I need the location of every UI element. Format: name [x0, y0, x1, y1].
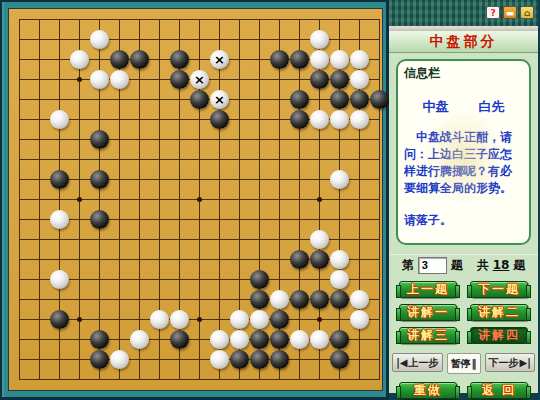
- white-stone: [230, 310, 249, 329]
- skip-forward-icon: ▶|: [520, 357, 531, 368]
- step-back-label: 上一步: [409, 356, 439, 370]
- white-stone: [270, 290, 289, 309]
- return-button[interactable]: 返 回: [470, 382, 528, 399]
- total-unit: 题: [513, 257, 525, 274]
- white-stone: [310, 110, 329, 129]
- board-grid[interactable]: ×××: [19, 19, 380, 380]
- white-stone: [130, 330, 149, 349]
- white-stone: [330, 110, 349, 129]
- redo-button[interactable]: 重做: [399, 382, 457, 399]
- pause-label: 暂停: [451, 357, 471, 371]
- white-stone: [150, 310, 169, 329]
- black-stone: [250, 290, 269, 309]
- pause-button[interactable]: 暂停 ‖: [447, 353, 481, 374]
- black-stone: [270, 50, 289, 69]
- section-titlebar: 中盘部分: [389, 31, 538, 53]
- counter-prefix: 第: [402, 257, 414, 274]
- prev-problem-button[interactable]: 上一题: [399, 281, 457, 298]
- move-prompt: 请落子。: [404, 212, 523, 229]
- white-stone: [110, 70, 129, 89]
- black-stone: [50, 310, 69, 329]
- white-stone: [110, 350, 129, 369]
- minimize-icon[interactable]: ▬: [503, 6, 517, 19]
- next-problem-button[interactable]: 下一题: [470, 281, 528, 298]
- step-back-button[interactable]: |◀ 上一步: [392, 353, 442, 372]
- white-stone: [50, 210, 69, 229]
- star-point: [317, 317, 322, 322]
- nav-explain-buttons: 上一题 下一题 讲解一 讲解二 讲解三 讲解四: [389, 281, 538, 344]
- explain-1-button[interactable]: 讲解一: [399, 304, 457, 321]
- white-stone: [50, 270, 69, 289]
- white-stone: [350, 50, 369, 69]
- white-stone: [90, 70, 109, 89]
- phase-label: 中盘: [423, 98, 449, 116]
- counter-unit: 题: [451, 257, 463, 274]
- black-stone: [270, 330, 289, 349]
- black-stone: [250, 350, 269, 369]
- white-stone: ×: [210, 50, 229, 69]
- skip-back-icon: |◀: [396, 357, 407, 368]
- goban: ×××: [8, 8, 383, 391]
- black-stone: [90, 350, 109, 369]
- white-stone: [50, 110, 69, 129]
- white-stone: [250, 310, 269, 329]
- problem-text: 中盘战斗正酣，请问：上边白三子应怎样进行腾挪呢？有必要细算全局的形势。: [404, 129, 523, 197]
- star-point: [77, 197, 82, 202]
- black-stone: [350, 90, 369, 109]
- white-stone: [70, 50, 89, 69]
- black-stone: [250, 330, 269, 349]
- black-stone: [210, 110, 229, 129]
- total-prefix: 共: [477, 257, 489, 274]
- black-stone: [130, 50, 149, 69]
- problem-number-input[interactable]: [418, 257, 447, 274]
- black-stone: [290, 90, 309, 109]
- step-controls: |◀ 上一步 暂停 ‖ 下一步 ▶|: [389, 353, 538, 374]
- explain-4-button[interactable]: 讲解四: [470, 327, 528, 344]
- white-stone: ×: [210, 90, 229, 109]
- black-stone: [90, 130, 109, 149]
- side-panel: ? ▬ ⌂ 中盘部分 信息栏 中盘 白先 中盘战斗正酣，请问：上边白三子应怎样进…: [389, 0, 540, 400]
- turn-label: 白先: [479, 98, 505, 116]
- step-forward-label: 下一步: [489, 356, 519, 370]
- white-stone: [170, 310, 189, 329]
- black-stone: [230, 350, 249, 369]
- black-stone: [330, 70, 349, 89]
- white-stone: [310, 30, 329, 49]
- help-icon[interactable]: ?: [486, 6, 500, 19]
- white-stone: [230, 330, 249, 349]
- white-stone: [210, 330, 229, 349]
- app-window: ××× ? ▬ ⌂ 中盘部分 信息栏 中盘 白先 中盘战斗正酣，请问：上边白三子…: [0, 0, 540, 400]
- black-stone: [270, 310, 289, 329]
- pause-icon: ‖: [472, 358, 477, 369]
- phase-and-turn: 中盘 白先: [398, 98, 529, 116]
- black-stone: [330, 290, 349, 309]
- black-stone: [190, 90, 209, 109]
- black-stone: [290, 250, 309, 269]
- black-stone: [110, 50, 129, 69]
- black-stone: [170, 330, 189, 349]
- black-stone: [290, 110, 309, 129]
- black-stone: [290, 50, 309, 69]
- explain-2-button[interactable]: 讲解二: [470, 304, 528, 321]
- white-stone: [310, 230, 329, 249]
- white-stone: [330, 270, 349, 289]
- white-stone: ×: [190, 70, 209, 89]
- white-stone: [290, 330, 309, 349]
- white-stone: [350, 310, 369, 329]
- black-stone: [170, 70, 189, 89]
- black-stone: [50, 170, 69, 189]
- step-forward-button[interactable]: 下一步 ▶|: [485, 353, 535, 372]
- black-stone: [330, 330, 349, 349]
- black-stone: [250, 270, 269, 289]
- white-stone: [310, 50, 329, 69]
- black-stone: [370, 90, 389, 109]
- board-frame: ×××: [0, 0, 389, 400]
- white-stone: [350, 70, 369, 89]
- black-stone: [310, 290, 329, 309]
- white-stone: [350, 290, 369, 309]
- info-box: 信息栏 中盘 白先 中盘战斗正酣，请问：上边白三子应怎样进行腾挪呢？有必要细算全…: [396, 59, 531, 245]
- black-stone: [310, 70, 329, 89]
- white-stone: [350, 110, 369, 129]
- white-stone: [310, 330, 329, 349]
- explain-3-button[interactable]: 讲解三: [399, 327, 457, 344]
- star-point: [77, 317, 82, 322]
- info-box-header: 信息栏: [398, 61, 529, 82]
- title-banner: ? ▬ ⌂: [389, 0, 538, 26]
- white-stone: [90, 30, 109, 49]
- black-stone: [170, 50, 189, 69]
- white-stone: [330, 50, 349, 69]
- black-stone: [90, 210, 109, 229]
- bottom-buttons: 重做 返 回: [389, 382, 538, 399]
- exit-icon[interactable]: ⌂: [520, 6, 534, 19]
- star-point: [317, 197, 322, 202]
- white-stone: [330, 170, 349, 189]
- section-title: 中盘部分: [430, 33, 498, 51]
- black-stone: [270, 350, 289, 369]
- star-point: [197, 317, 202, 322]
- black-stone: [330, 350, 349, 369]
- white-stone: [210, 350, 229, 369]
- black-stone: [90, 170, 109, 189]
- black-stone: [310, 250, 329, 269]
- total-count: 18: [493, 258, 510, 272]
- problem-counter: 第 题 共 18 题: [389, 254, 538, 275]
- black-stone: [330, 90, 349, 109]
- star-point: [197, 197, 202, 202]
- white-stone: [330, 250, 349, 269]
- black-stone: [290, 290, 309, 309]
- star-point: [77, 77, 82, 82]
- black-stone: [90, 330, 109, 349]
